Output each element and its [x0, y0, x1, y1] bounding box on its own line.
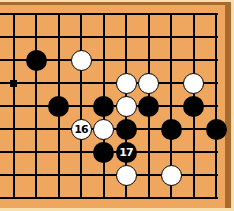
stone-white[interactable]	[183, 73, 204, 94]
stone-black[interactable]	[183, 96, 204, 117]
stone-white[interactable]	[93, 119, 114, 140]
stone-black[interactable]	[48, 96, 69, 117]
stones-grid: 1617	[2, 3, 227, 210]
stone-white[interactable]	[116, 73, 137, 94]
move-number-label: 17	[119, 147, 132, 158]
stone-white[interactable]	[116, 96, 137, 117]
go-board-diagram: 1617	[0, 0, 234, 211]
stone-white[interactable]	[116, 165, 137, 186]
board-frame-right-highlight	[231, 0, 234, 211]
move-number-label: 16	[74, 124, 87, 135]
stone-white[interactable]	[71, 50, 92, 71]
stone-black[interactable]	[138, 96, 159, 117]
stone-white[interactable]: 16	[71, 119, 92, 140]
board-frame-bottom-highlight	[0, 208, 234, 211]
board-frame-top	[0, 2, 231, 5]
stone-black[interactable]	[26, 50, 47, 71]
stone-black[interactable]	[116, 119, 137, 140]
stone-black[interactable]	[206, 119, 227, 140]
stone-black[interactable]	[161, 119, 182, 140]
go-board[interactable]: 1617	[0, 0, 234, 211]
stone-white[interactable]	[161, 165, 182, 186]
stone-black[interactable]: 17	[116, 142, 137, 163]
stone-black[interactable]	[93, 142, 114, 163]
stone-black[interactable]	[93, 96, 114, 117]
stone-white[interactable]	[138, 73, 159, 94]
